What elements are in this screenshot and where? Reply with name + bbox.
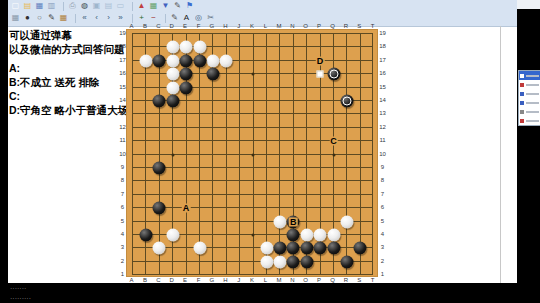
white-stone[interactable]: [139, 54, 152, 67]
coord-top-letter: H: [223, 23, 227, 29]
coord-left-number: 10: [119, 151, 126, 157]
black-stone[interactable]: [180, 54, 193, 67]
panel-icon[interactable]: ▣: [91, 1, 102, 11]
coord-left-number: 1: [121, 271, 124, 277]
top-right-corner: [517, 0, 540, 9]
list-row[interactable]: [519, 80, 540, 89]
black-stone[interactable]: [193, 54, 206, 67]
black-stone[interactable]: [153, 95, 166, 108]
coord-top-letter: F: [197, 23, 201, 29]
add-move-icon[interactable]: +: [136, 13, 147, 23]
paste-icon[interactable]: ▭: [115, 1, 126, 11]
application-window: ▢▤▦▥⎙◍▣▤▭▲▦▼✎⚑ ▦●○✎▦«‹›»+−✎A◎✂ 可以通过弹幕 以及…: [0, 0, 540, 303]
black-stone[interactable]: [287, 229, 300, 242]
white-stone[interactable]: [153, 242, 166, 255]
white-stone[interactable]: [166, 41, 179, 54]
coord-left-number: 5: [121, 218, 124, 224]
list-row[interactable]: [519, 98, 540, 107]
white-stone[interactable]: [314, 229, 327, 242]
white-stone[interactable]: [166, 54, 179, 67]
list-row[interactable]: [519, 116, 540, 125]
row-text-placeholder: [526, 111, 539, 113]
coord-left-number: 3: [121, 244, 124, 250]
coord-left-number: 18: [119, 43, 126, 49]
coord-left-number: 17: [119, 57, 126, 63]
black-stone[interactable]: [139, 229, 152, 242]
board-grid[interactable]: DCBA: [132, 33, 374, 275]
coord-top-letter: Q: [330, 23, 335, 29]
coord-right-number: 2: [381, 258, 384, 264]
coord-top-letter: D: [170, 23, 174, 29]
row-text-placeholder: [526, 84, 539, 86]
option-a: A:: [9, 61, 125, 75]
annotate-icon[interactable]: ✎: [169, 13, 180, 23]
client-area: ▢▤▦▥⎙◍▣▤▭▲▦▼✎⚑ ▦●○✎▦«‹›»+−✎A◎✂ 可以通过弹幕 以及…: [8, 0, 517, 283]
coord-left-number: 15: [119, 84, 126, 90]
white-stone[interactable]: [273, 215, 286, 228]
coord-right-number: 1: [381, 271, 384, 277]
row-mark-icon: [520, 83, 524, 87]
coord-bottom-letter: M: [276, 277, 281, 283]
row-text-placeholder: [526, 102, 539, 104]
grid-icon[interactable]: ▦: [10, 13, 21, 23]
coord-bottom-letter: Q: [330, 277, 335, 283]
black-stone[interactable]: [354, 242, 367, 255]
square-mark: [317, 71, 324, 78]
black-stone-icon[interactable]: ●: [22, 13, 33, 23]
board-label-A[interactable]: A: [182, 204, 191, 213]
nav-next-icon[interactable]: ›: [103, 13, 114, 23]
circle-mark: [329, 70, 338, 79]
black-stone[interactable]: [153, 202, 166, 215]
coord-bottom-letter: B: [143, 277, 147, 283]
coord-bottom-letter: J: [237, 277, 240, 283]
coord-right-number: 5: [381, 218, 384, 224]
coord-left-number: 11: [119, 137, 125, 143]
black-stone[interactable]: [206, 68, 219, 81]
row-text-placeholder: [526, 120, 539, 122]
board-icon[interactable]: ▦: [148, 1, 159, 11]
coord-left-number: 19: [119, 30, 126, 36]
coord-right-number: 6: [381, 204, 384, 210]
coord-left-number: 4: [121, 231, 124, 237]
white-stone-icon[interactable]: ○: [34, 13, 45, 23]
coord-left-number: 2: [121, 258, 124, 264]
coord-left-number: 6: [121, 204, 124, 210]
side-mini-panel: [518, 70, 540, 126]
pencil-icon[interactable]: ✎: [172, 1, 183, 11]
black-stone[interactable]: [153, 54, 166, 67]
question-panel: 可以通过弹幕 以及微信的方式回答问题 A: B:不成立 送死 排除 C: D:守…: [9, 28, 125, 117]
black-stone[interactable]: [287, 255, 300, 268]
row-mark-icon: [520, 74, 524, 78]
black-stone[interactable]: [327, 68, 340, 81]
white-stone[interactable]: [193, 242, 206, 255]
coord-left-number: 12: [119, 124, 126, 130]
nav-prev-icon[interactable]: ‹: [91, 13, 102, 23]
status-text-1: ·······: [10, 285, 26, 293]
coord-left-number: 16: [119, 70, 126, 76]
coord-bottom-letter: P: [317, 277, 321, 283]
intro-line-1: 可以通过弹幕: [9, 28, 125, 42]
coord-top-letter: B: [143, 23, 147, 29]
white-stone[interactable]: [273, 255, 286, 268]
toolbar-separator: [129, 14, 133, 23]
circle-mark: [342, 97, 351, 106]
status-text-2: ·········: [10, 295, 31, 303]
go-board: DCBA AABBCCDDEEFFGGHHJJKKLLMMNNOOPPQQRRS…: [118, 23, 398, 285]
coord-bottom-letter: H: [223, 277, 227, 283]
coord-right-number: 3: [381, 244, 384, 250]
row-mark-icon: [520, 119, 524, 123]
toolbar-separator: [72, 14, 76, 23]
coord-right-number: 18: [379, 43, 386, 49]
coord-left-number: 7: [121, 191, 124, 197]
mark-blue-icon[interactable]: ▼: [160, 1, 171, 11]
board-label-D[interactable]: D: [316, 56, 325, 65]
coord-left-number: 13: [119, 110, 126, 116]
coord-right-number: 13: [379, 110, 386, 116]
black-stone[interactable]: [340, 95, 353, 108]
coord-bottom-letter: F: [197, 277, 201, 283]
black-stone[interactable]: [180, 68, 193, 81]
white-stone[interactable]: [220, 54, 233, 67]
black-stone[interactable]: [166, 95, 179, 108]
black-stone[interactable]: [153, 162, 166, 175]
coord-top-letter: A: [129, 23, 133, 29]
save-icon[interactable]: ▦: [34, 1, 45, 11]
option-d: D:守角空 略小于普通大场: [9, 103, 125, 117]
black-stone[interactable]: [273, 242, 286, 255]
white-stone[interactable]: [166, 81, 179, 94]
coord-right-number: 15: [379, 84, 386, 90]
coord-right-number: 19: [379, 30, 386, 36]
coord-top-letter: J: [237, 23, 240, 29]
zoom-icon[interactable]: ◎: [193, 13, 204, 23]
star-point: [252, 73, 255, 76]
black-stone[interactable]: [340, 255, 353, 268]
black-stone[interactable]: [300, 242, 313, 255]
white-stone[interactable]: [180, 41, 193, 54]
coord-right-number: 11: [379, 137, 385, 143]
black-stone[interactable]: [300, 255, 313, 268]
toolbar-separator: [162, 14, 166, 23]
row-mark-icon: [520, 110, 524, 114]
white-stone[interactable]: [260, 242, 273, 255]
letter-label-icon[interactable]: A: [181, 13, 192, 23]
nav-last-icon[interactable]: »: [115, 13, 126, 23]
option-b: B:不成立 送死 排除: [9, 75, 125, 89]
mark-red-icon[interactable]: ▲: [136, 1, 147, 11]
coord-top-letter: O: [303, 23, 308, 29]
board-label-C[interactable]: C: [329, 137, 338, 146]
coord-bottom-letter: E: [183, 277, 187, 283]
list-row[interactable]: [519, 107, 540, 116]
coord-top-letter: T: [371, 23, 375, 29]
black-stone[interactable]: [327, 242, 340, 255]
coord-top-letter: R: [344, 23, 348, 29]
coord-bottom-letter: R: [344, 277, 348, 283]
panel-divider: [500, 26, 501, 283]
coord-top-letter: L: [264, 23, 267, 29]
black-stone[interactable]: [314, 242, 327, 255]
coord-right-number: 8: [381, 177, 384, 183]
save-all-icon[interactable]: ▥: [46, 1, 57, 11]
star-point: [171, 153, 174, 156]
nav-first-icon[interactable]: «: [79, 13, 90, 23]
board-label-B[interactable]: B: [289, 217, 298, 226]
flag-icon[interactable]: ⚑: [184, 1, 195, 11]
coord-right-number: 14: [379, 97, 386, 103]
del-move-icon[interactable]: −: [148, 13, 159, 23]
coord-top-letter: S: [357, 23, 361, 29]
coord-right-number: 9: [381, 164, 384, 170]
intro-line-2: 以及微信的方式回答问题: [9, 42, 125, 56]
edit-icon[interactable]: ✎: [46, 13, 57, 23]
white-stone[interactable]: [206, 54, 219, 67]
coord-top-letter: P: [317, 23, 321, 29]
coord-top-letter: C: [156, 23, 160, 29]
coord-left-number: 8: [121, 177, 124, 183]
coord-bottom-letter: D: [170, 277, 174, 283]
coord-bottom-letter: L: [264, 277, 267, 283]
star-point: [252, 153, 255, 156]
white-stone[interactable]: [327, 229, 340, 242]
coord-bottom-letter: O: [303, 277, 308, 283]
coord-bottom-letter: C: [156, 277, 160, 283]
new-file-icon[interactable]: ▢: [10, 1, 21, 11]
selected-row[interactable]: [519, 71, 540, 80]
coord-right-number: 4: [381, 231, 384, 237]
coord-left-number: 14: [119, 97, 126, 103]
row-text-placeholder: [526, 75, 539, 77]
black-stone[interactable]: [287, 242, 300, 255]
row-mark-icon: [520, 92, 524, 96]
coord-right-number: 10: [379, 151, 386, 157]
coord-left-number: 9: [121, 164, 124, 170]
coord-bottom-letter: G: [210, 277, 215, 283]
coord-right-number: 17: [379, 57, 386, 63]
star-point: [252, 234, 255, 237]
coord-top-letter: M: [276, 23, 281, 29]
coord-right-number: 7: [381, 191, 384, 197]
white-stone[interactable]: [260, 255, 273, 268]
globe-icon[interactable]: ◍: [79, 1, 90, 11]
toolbar-row-1: ▢▤▦▥⎙◍▣▤▭▲▦▼✎⚑: [8, 0, 517, 12]
black-stone[interactable]: [180, 81, 193, 94]
white-stone[interactable]: [193, 41, 206, 54]
copy-icon[interactable]: ▤: [103, 1, 114, 11]
white-stone[interactable]: [166, 229, 179, 242]
board2-icon[interactable]: ▦: [58, 13, 69, 23]
coord-top-letter: G: [210, 23, 215, 29]
row-mark-icon: [520, 101, 524, 105]
coord-top-letter: N: [290, 23, 294, 29]
coord-top-letter: E: [183, 23, 187, 29]
coord-right-number: 12: [379, 124, 386, 130]
coord-bottom-letter: S: [357, 277, 361, 283]
list-row[interactable]: [519, 89, 540, 98]
white-stone[interactable]: [300, 229, 313, 242]
coord-bottom-letter: K: [250, 277, 254, 283]
toolbar-separator: [129, 2, 133, 11]
toolbar-separator: [60, 2, 64, 11]
star-point: [332, 153, 335, 156]
coord-bottom-letter: T: [371, 277, 375, 283]
cut-icon[interactable]: ✂: [205, 13, 216, 23]
coord-right-number: 16: [379, 70, 386, 76]
print-icon[interactable]: ⎙: [67, 1, 78, 11]
coord-bottom-letter: N: [290, 277, 294, 283]
white-stone[interactable]: [340, 215, 353, 228]
coord-bottom-letter: A: [129, 277, 133, 283]
row-text-placeholder: [526, 93, 539, 95]
white-stone[interactable]: [166, 68, 179, 81]
option-c: C:: [9, 89, 125, 103]
open-file-icon[interactable]: ▤: [22, 1, 33, 11]
coord-top-letter: K: [250, 23, 254, 29]
